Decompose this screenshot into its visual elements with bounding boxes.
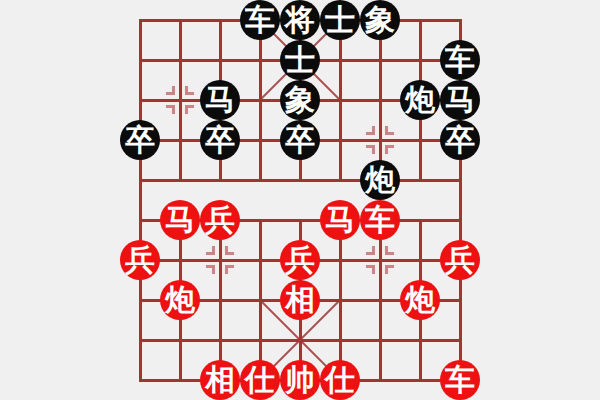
xiangqi-piece-red[interactable]: 相 — [280, 280, 320, 320]
xiangqi-piece-red[interactable]: 炮 — [400, 280, 440, 320]
xiangqi-piece-black[interactable]: 车 — [440, 40, 480, 80]
xiangqi-piece-red[interactable]: 马 — [320, 200, 360, 240]
xiangqi-piece-red[interactable]: 相 — [200, 360, 240, 400]
xiangqi-piece-black[interactable]: 卒 — [120, 120, 160, 160]
xiangqi-piece-black[interactable]: 士 — [320, 0, 360, 40]
xiangqi-piece-black[interactable]: 将 — [280, 0, 320, 40]
xiangqi-piece-red[interactable]: 仕 — [320, 360, 360, 400]
xiangqi-piece-red[interactable]: 车 — [440, 360, 480, 400]
xiangqi-board-screenshot: 车将士象士车马象炮马卒卒卒卒炮马兵马车兵兵兵炮相炮相仕帅仕车 — [0, 0, 600, 400]
xiangqi-piece-black[interactable]: 马 — [200, 80, 240, 120]
xiangqi-piece-red[interactable]: 兵 — [440, 240, 480, 280]
xiangqi-piece-red[interactable]: 兵 — [200, 200, 240, 240]
xiangqi-piece-black[interactable]: 卒 — [200, 120, 240, 160]
xiangqi-piece-red[interactable]: 兵 — [280, 240, 320, 280]
xiangqi-piece-red[interactable]: 马 — [160, 200, 200, 240]
xiangqi-piece-red[interactable]: 仕 — [240, 360, 280, 400]
xiangqi-board: 车将士象士车马象炮马卒卒卒卒炮马兵马车兵兵兵炮相炮相仕帅仕车 — [0, 0, 600, 400]
xiangqi-piece-black[interactable]: 车 — [240, 0, 280, 40]
xiangqi-piece-red[interactable]: 炮 — [160, 280, 200, 320]
xiangqi-piece-black[interactable]: 卒 — [280, 120, 320, 160]
xiangqi-piece-black[interactable]: 士 — [280, 40, 320, 80]
xiangqi-piece-red[interactable]: 帅 — [280, 360, 320, 400]
xiangqi-piece-black[interactable]: 炮 — [400, 80, 440, 120]
xiangqi-piece-black[interactable]: 象 — [280, 80, 320, 120]
xiangqi-piece-black[interactable]: 炮 — [360, 160, 400, 200]
xiangqi-piece-red[interactable]: 兵 — [120, 240, 160, 280]
xiangqi-piece-black[interactable]: 卒 — [440, 120, 480, 160]
xiangqi-piece-black[interactable]: 马 — [440, 80, 480, 120]
xiangqi-piece-red[interactable]: 车 — [360, 200, 400, 240]
xiangqi-piece-black[interactable]: 象 — [360, 0, 400, 40]
